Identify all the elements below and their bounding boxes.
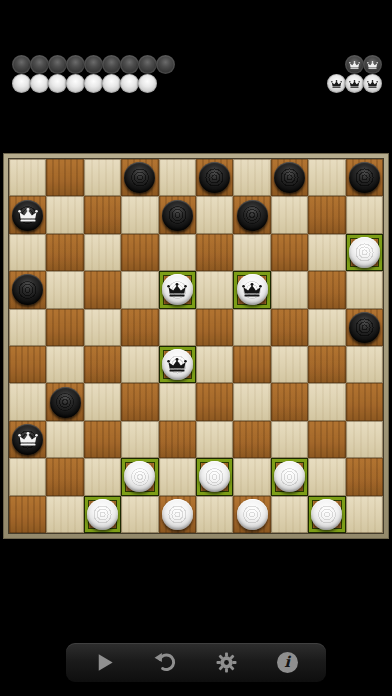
- captured-black-man: [156, 55, 175, 74]
- captured-white-man: [48, 74, 67, 93]
- square-8-2: [84, 458, 121, 495]
- crown-icon: [367, 80, 378, 88]
- square-2-2: [84, 234, 121, 271]
- square-9-7: [271, 496, 308, 533]
- square-6-8: [308, 383, 345, 420]
- square-11[interactable]: [46, 234, 83, 271]
- tray-row-white-man: [12, 74, 156, 93]
- square-7-9: [346, 421, 383, 458]
- crown-icon: [367, 61, 378, 69]
- white-king[interactable]: [162, 274, 193, 305]
- square-36[interactable]: [9, 421, 46, 458]
- square-27[interactable]: [84, 346, 121, 383]
- square-3[interactable]: [196, 159, 233, 196]
- square-5-5: [196, 346, 233, 383]
- square-3-3: [121, 271, 158, 308]
- square-2-6: [233, 234, 270, 271]
- captured-black-king: [345, 55, 364, 74]
- white-man[interactable]: [199, 461, 230, 492]
- white-king[interactable]: [162, 349, 193, 380]
- checkers-app-screen: i: [0, 0, 392, 696]
- gear-icon: [215, 651, 238, 674]
- captured-black-man: [120, 55, 139, 74]
- captured-white-man: [138, 74, 157, 93]
- square-13[interactable]: [196, 234, 233, 271]
- square-6-4: [159, 383, 196, 420]
- square-50[interactable]: [308, 496, 345, 533]
- info-button[interactable]: i: [265, 646, 309, 679]
- white-man[interactable]: [311, 499, 342, 530]
- white-man[interactable]: [274, 461, 305, 492]
- square-3-7: [271, 271, 308, 308]
- square-6-0: [9, 383, 46, 420]
- captured-black-man: [84, 55, 103, 74]
- undo-button[interactable]: [144, 646, 188, 679]
- square-5-1: [46, 346, 83, 383]
- square-25[interactable]: [346, 309, 383, 346]
- square-9-3: [121, 496, 158, 533]
- square-26[interactable]: [9, 346, 46, 383]
- captured-white-king: [363, 74, 382, 93]
- white-man[interactable]: [87, 499, 118, 530]
- captured-tray-right: [327, 55, 381, 93]
- settings-button[interactable]: [204, 646, 248, 679]
- crown-icon: [18, 432, 38, 446]
- tray-row-black-man: [12, 55, 174, 74]
- captured-black-man: [66, 55, 85, 74]
- white-man[interactable]: [162, 499, 193, 530]
- undo-icon: [154, 651, 177, 674]
- square-4-6: [233, 309, 270, 346]
- square-3-5: [196, 271, 233, 308]
- square-20[interactable]: [308, 271, 345, 308]
- square-14[interactable]: [271, 234, 308, 271]
- square-2[interactable]: [121, 159, 158, 196]
- black-king[interactable]: [12, 200, 43, 231]
- board-grid: [9, 159, 383, 533]
- square-6-6: [233, 383, 270, 420]
- square-19[interactable]: [233, 271, 270, 308]
- captured-black-king: [363, 55, 382, 74]
- crown-icon: [167, 283, 187, 297]
- square-8-4: [159, 458, 196, 495]
- square-8-0: [9, 458, 46, 495]
- square-2-0: [9, 234, 46, 271]
- square-12[interactable]: [121, 234, 158, 271]
- square-6[interactable]: [9, 196, 46, 233]
- square-8-6: [233, 458, 270, 495]
- square-9[interactable]: [233, 196, 270, 233]
- captured-black-man: [12, 55, 31, 74]
- square-18[interactable]: [159, 271, 196, 308]
- captured-white-man: [66, 74, 85, 93]
- square-1-9: [346, 196, 383, 233]
- square-23[interactable]: [196, 309, 233, 346]
- black-king[interactable]: [12, 424, 43, 455]
- square-15[interactable]: [346, 234, 383, 271]
- captured-white-king: [327, 74, 346, 93]
- white-king[interactable]: [237, 274, 268, 305]
- crown-icon: [349, 80, 360, 88]
- square-9-9: [346, 496, 383, 533]
- square-5[interactable]: [346, 159, 383, 196]
- square-29[interactable]: [233, 346, 270, 383]
- square-8-8: [308, 458, 345, 495]
- square-2-4: [159, 234, 196, 271]
- square-40[interactable]: [308, 421, 345, 458]
- captured-white-man: [30, 74, 49, 93]
- captured-black-man: [30, 55, 49, 74]
- square-22[interactable]: [121, 309, 158, 346]
- square-5-3: [121, 346, 158, 383]
- square-7-3: [121, 421, 158, 458]
- square-4-0: [9, 309, 46, 346]
- square-2-8: [308, 234, 345, 271]
- square-1-3: [121, 196, 158, 233]
- white-man[interactable]: [237, 499, 268, 530]
- square-32[interactable]: [121, 383, 158, 420]
- square-5-9: [346, 346, 383, 383]
- white-man[interactable]: [124, 461, 155, 492]
- bottom-toolbar: i: [66, 643, 326, 682]
- square-37[interactable]: [84, 421, 121, 458]
- square-38[interactable]: [159, 421, 196, 458]
- square-1[interactable]: [46, 159, 83, 196]
- square-4-4: [159, 309, 196, 346]
- captured-black-man: [138, 55, 157, 74]
- play-button[interactable]: [83, 646, 127, 679]
- square-7-5: [196, 421, 233, 458]
- square-1-1: [46, 196, 83, 233]
- black-man[interactable]: [274, 162, 305, 193]
- square-6-2: [84, 383, 121, 420]
- crown-icon: [331, 80, 342, 88]
- square-5-7: [271, 346, 308, 383]
- black-man[interactable]: [124, 162, 155, 193]
- square-33[interactable]: [196, 383, 233, 420]
- square-28[interactable]: [159, 346, 196, 383]
- black-man[interactable]: [199, 162, 230, 193]
- square-7-7: [271, 421, 308, 458]
- square-45[interactable]: [346, 458, 383, 495]
- square-4-2: [84, 309, 121, 346]
- square-0-8: [308, 159, 345, 196]
- square-17[interactable]: [84, 271, 121, 308]
- captured-white-king: [345, 74, 364, 93]
- square-10[interactable]: [308, 196, 345, 233]
- square-0-0: [9, 159, 46, 196]
- square-0-2: [84, 159, 121, 196]
- square-7[interactable]: [84, 196, 121, 233]
- captured-black-man: [48, 55, 67, 74]
- black-man[interactable]: [50, 387, 81, 418]
- square-16[interactable]: [9, 271, 46, 308]
- square-41[interactable]: [46, 458, 83, 495]
- checkers-board: [2, 152, 390, 540]
- captured-white-man: [12, 74, 31, 93]
- tray-row-black-king: [345, 55, 381, 74]
- square-1-5: [196, 196, 233, 233]
- square-0-4: [159, 159, 196, 196]
- square-34[interactable]: [271, 383, 308, 420]
- square-31[interactable]: [46, 383, 83, 420]
- square-24[interactable]: [271, 309, 308, 346]
- tray-row-white-king: [327, 74, 381, 93]
- black-man[interactable]: [237, 200, 268, 231]
- white-man[interactable]: [349, 237, 380, 268]
- square-21[interactable]: [46, 309, 83, 346]
- square-43[interactable]: [196, 458, 233, 495]
- square-44[interactable]: [271, 458, 308, 495]
- square-3-1: [46, 271, 83, 308]
- square-46[interactable]: [9, 496, 46, 533]
- crown-icon: [167, 358, 187, 372]
- black-man[interactable]: [349, 312, 380, 343]
- captured-white-man: [120, 74, 139, 93]
- crown-icon: [242, 283, 262, 297]
- captured-tray-left: [12, 55, 174, 93]
- square-0-6: [233, 159, 270, 196]
- play-icon: [93, 651, 116, 674]
- square-42[interactable]: [121, 458, 158, 495]
- square-35[interactable]: [346, 383, 383, 420]
- square-1-7: [271, 196, 308, 233]
- black-man[interactable]: [162, 200, 193, 231]
- square-47[interactable]: [84, 496, 121, 533]
- square-9-1: [46, 496, 83, 533]
- square-4-8: [308, 309, 345, 346]
- black-man[interactable]: [349, 162, 380, 193]
- square-4[interactable]: [271, 159, 308, 196]
- square-3-9: [346, 271, 383, 308]
- crown-icon: [349, 61, 360, 69]
- captured-white-man: [102, 74, 121, 93]
- crown-icon: [18, 208, 38, 222]
- square-7-1: [46, 421, 83, 458]
- square-49[interactable]: [233, 496, 270, 533]
- square-9-5: [196, 496, 233, 533]
- captured-white-man: [84, 74, 103, 93]
- square-8[interactable]: [159, 196, 196, 233]
- square-30[interactable]: [308, 346, 345, 383]
- black-man[interactable]: [12, 274, 43, 305]
- info-icon: i: [277, 652, 298, 673]
- square-48[interactable]: [159, 496, 196, 533]
- captured-black-man: [102, 55, 121, 74]
- square-39[interactable]: [233, 421, 270, 458]
